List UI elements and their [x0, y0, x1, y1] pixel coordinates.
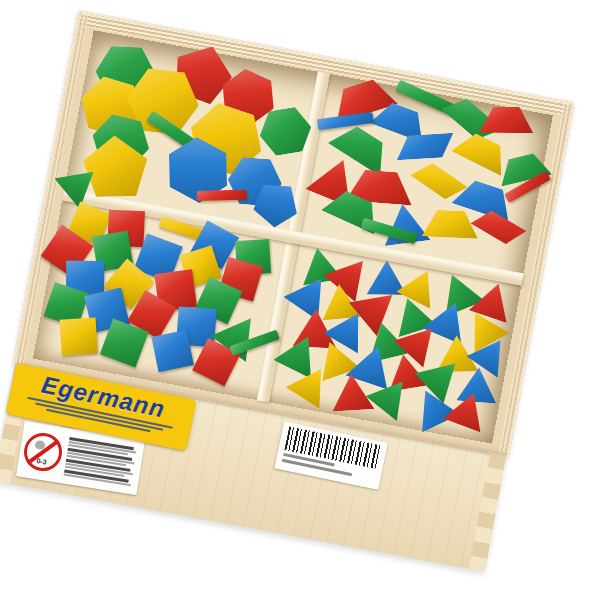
piece-yellow-sq: [59, 317, 97, 355]
barcode-label: [274, 421, 388, 489]
prohibition-0-3-icon: 0-3: [21, 430, 64, 473]
piece-yellow-trap: [422, 209, 479, 238]
warning-text-lines: [64, 437, 140, 487]
piece-blue-para: [395, 132, 454, 159]
piece-blue-sq: [151, 329, 193, 371]
age-range-text: 0-3: [25, 455, 58, 467]
baby-icon: [34, 440, 45, 450]
piece-red-bar: [197, 190, 247, 201]
piece-yellow-tri: [435, 333, 478, 372]
piece-blue-bar: [317, 112, 374, 130]
finger-joints-right: [469, 453, 506, 572]
wooden-box: CE für Kinder ab 3 Jahre for children ov…: [0, 10, 575, 576]
product-photo: CE für Kinder ab 3 Jahre for children ov…: [0, 0, 600, 600]
piece-red-trap: [479, 107, 533, 133]
